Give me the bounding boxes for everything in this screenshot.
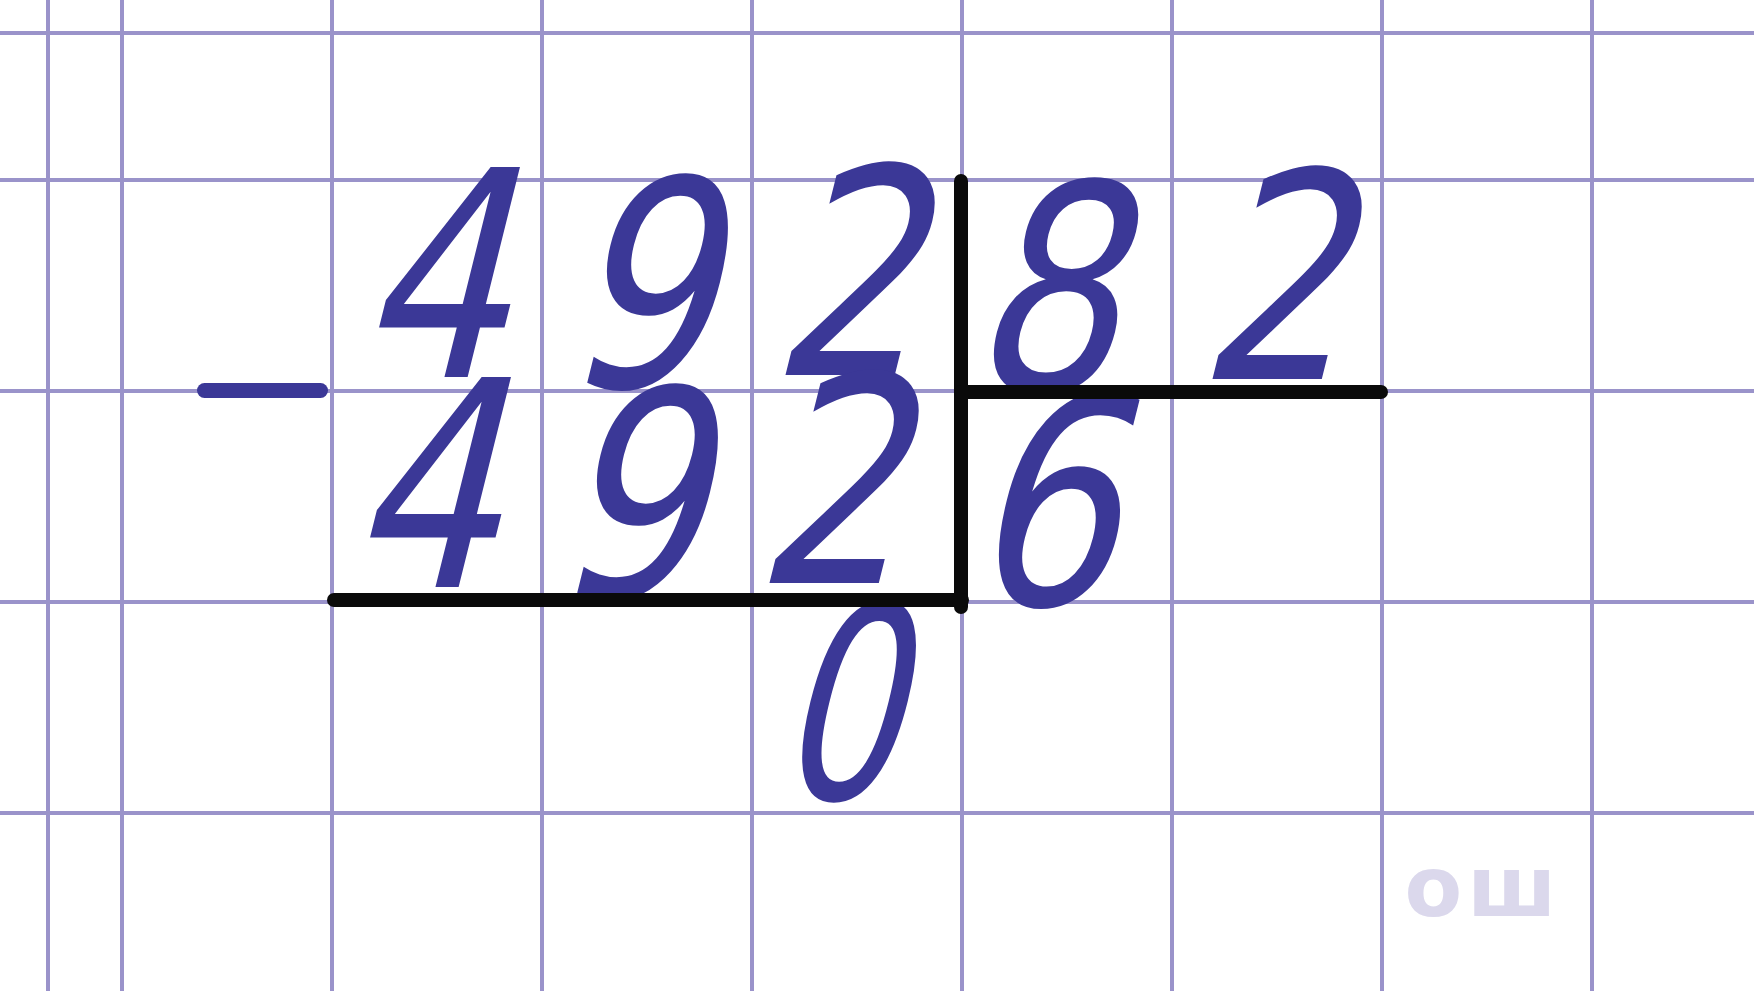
division-bracket-horizontal-line: [954, 385, 1388, 399]
subtraction-underline: [327, 593, 969, 607]
squared-paper-worksheet: 4 9 2 8 2 4 9 2 6 0 ош: [0, 0, 1754, 991]
minus-sign: [197, 383, 328, 398]
divisor-digit-2: 2: [1184, 136, 1406, 424]
watermark-logo: ош: [1405, 845, 1562, 929]
